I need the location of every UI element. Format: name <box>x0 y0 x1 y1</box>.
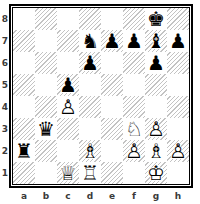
square-h2[interactable]: ♟♙ <box>167 140 189 162</box>
black-pawn[interactable]: ♟ <box>79 52 101 74</box>
square-g2[interactable]: ♝♗ <box>145 140 167 162</box>
white-pawn-fill: ♟ <box>145 118 167 140</box>
square-d7[interactable]: ♞♞ <box>79 30 101 52</box>
square-f3[interactable]: ♞♘ <box>123 118 145 140</box>
square-e7[interactable]: ♟♟ <box>101 30 123 52</box>
white-pawn[interactable]: ♙ <box>123 140 145 162</box>
square-c3[interactable] <box>57 118 79 140</box>
square-e2[interactable] <box>101 140 123 162</box>
square-f1[interactable] <box>123 162 145 184</box>
square-c8[interactable] <box>57 8 79 30</box>
white-king-fill: ♚ <box>145 162 167 184</box>
black-pawn-fill: ♟ <box>123 30 145 52</box>
white-bishop[interactable]: ♗ <box>145 140 167 162</box>
white-pawn[interactable]: ♙ <box>145 118 167 140</box>
black-pawn-fill: ♟ <box>79 52 101 74</box>
square-g7[interactable]: ♝♝ <box>145 30 167 52</box>
square-a8[interactable] <box>13 8 35 30</box>
chess-diagram: 87654321 ♚♚♞♞♟♟♟♟♝♝♟♟♟♟♟♟♟♟♟♙♛♛♞♘♟♙♜♜♝♗♟… <box>0 0 200 204</box>
black-queen[interactable]: ♛ <box>35 118 57 140</box>
square-c2[interactable] <box>57 140 79 162</box>
file-label-g: g <box>145 190 167 203</box>
white-bishop[interactable]: ♗ <box>79 140 101 162</box>
file-label-c: c <box>57 190 79 203</box>
square-g4[interactable] <box>145 96 167 118</box>
chess-board: ♚♚♞♞♟♟♟♟♝♝♟♟♟♟♟♟♟♟♟♙♛♛♞♘♟♙♜♜♝♗♟♙♝♗♟♙♛♕♜♖… <box>12 7 190 185</box>
square-h6[interactable] <box>167 52 189 74</box>
board-frame: ♚♚♞♞♟♟♟♟♝♝♟♟♟♟♟♟♟♟♟♙♛♛♞♘♟♙♜♜♝♗♟♙♝♗♟♙♛♕♜♖… <box>9 4 193 188</box>
black-king-fill: ♚ <box>145 8 167 30</box>
white-queen[interactable]: ♕ <box>57 162 79 184</box>
square-c4[interactable]: ♟♙ <box>57 96 79 118</box>
black-queen-fill: ♛ <box>35 118 57 140</box>
square-b5[interactable] <box>35 74 57 96</box>
black-king[interactable]: ♚ <box>145 8 167 30</box>
black-pawn[interactable]: ♟ <box>123 30 145 52</box>
square-h5[interactable] <box>167 74 189 96</box>
white-knight[interactable]: ♘ <box>123 118 145 140</box>
square-b3[interactable]: ♛♛ <box>35 118 57 140</box>
black-knight-fill: ♞ <box>79 30 101 52</box>
file-labels: abcdefgh <box>13 190 189 203</box>
square-e1[interactable] <box>101 162 123 184</box>
square-f2[interactable]: ♟♙ <box>123 140 145 162</box>
white-pawn-fill: ♟ <box>57 96 79 118</box>
square-a5[interactable] <box>13 74 35 96</box>
square-b2[interactable] <box>35 140 57 162</box>
square-b7[interactable] <box>35 30 57 52</box>
white-pawn[interactable]: ♙ <box>167 140 189 162</box>
square-e5[interactable] <box>101 74 123 96</box>
white-bishop-fill: ♝ <box>145 140 167 162</box>
file-label-f: f <box>123 190 145 203</box>
white-rook-fill: ♜ <box>79 162 101 184</box>
white-bishop-fill: ♝ <box>79 140 101 162</box>
square-b8[interactable] <box>35 8 57 30</box>
black-pawn-fill: ♟ <box>145 52 167 74</box>
square-b6[interactable] <box>35 52 57 74</box>
white-king[interactable]: ♔ <box>145 162 167 184</box>
square-h8[interactable] <box>167 8 189 30</box>
square-d4[interactable] <box>79 96 101 118</box>
square-c1[interactable]: ♛♕ <box>57 162 79 184</box>
square-a6[interactable] <box>13 52 35 74</box>
black-rook-fill: ♜ <box>13 140 35 162</box>
black-pawn-fill: ♟ <box>57 74 79 96</box>
square-g8[interactable]: ♚♚ <box>145 8 167 30</box>
white-pawn-fill: ♟ <box>123 140 145 162</box>
white-knight-fill: ♞ <box>123 118 145 140</box>
file-label-e: e <box>101 190 123 203</box>
square-a2[interactable]: ♜♜ <box>13 140 35 162</box>
white-rook[interactable]: ♖ <box>79 162 101 184</box>
square-g6[interactable]: ♟♟ <box>145 52 167 74</box>
square-a3[interactable] <box>13 118 35 140</box>
square-g3[interactable]: ♟♙ <box>145 118 167 140</box>
white-pawn-fill: ♟ <box>167 140 189 162</box>
square-h3[interactable] <box>167 118 189 140</box>
square-d6[interactable]: ♟♟ <box>79 52 101 74</box>
square-c7[interactable] <box>57 30 79 52</box>
square-e3[interactable] <box>101 118 123 140</box>
square-f8[interactable] <box>123 8 145 30</box>
square-e4[interactable] <box>101 96 123 118</box>
black-pawn[interactable]: ♟ <box>167 30 189 52</box>
black-pawn[interactable]: ♟ <box>101 30 123 52</box>
black-bishop[interactable]: ♝ <box>145 30 167 52</box>
square-h1[interactable] <box>167 162 189 184</box>
square-d8[interactable] <box>79 8 101 30</box>
file-label-d: d <box>79 190 101 203</box>
file-label-h: h <box>167 190 189 203</box>
square-g5[interactable] <box>145 74 167 96</box>
square-f4[interactable] <box>123 96 145 118</box>
black-knight[interactable]: ♞ <box>79 30 101 52</box>
square-e6[interactable] <box>101 52 123 74</box>
black-rook[interactable]: ♜ <box>13 140 35 162</box>
square-h4[interactable] <box>167 96 189 118</box>
square-d1[interactable]: ♜♖ <box>79 162 101 184</box>
square-d5[interactable] <box>79 74 101 96</box>
file-label-a: a <box>13 190 35 203</box>
square-a1[interactable] <box>13 162 35 184</box>
black-bishop-fill: ♝ <box>145 30 167 52</box>
black-pawn-fill: ♟ <box>167 30 189 52</box>
square-d2[interactable]: ♝♗ <box>79 140 101 162</box>
square-f7[interactable]: ♟♟ <box>123 30 145 52</box>
square-a4[interactable] <box>13 96 35 118</box>
white-pawn[interactable]: ♙ <box>57 96 79 118</box>
square-c6[interactable] <box>57 52 79 74</box>
black-pawn-fill: ♟ <box>101 30 123 52</box>
square-h7[interactable]: ♟♟ <box>167 30 189 52</box>
black-pawn[interactable]: ♟ <box>57 74 79 96</box>
file-label-b: b <box>35 190 57 203</box>
square-b4[interactable] <box>35 96 57 118</box>
square-c5[interactable]: ♟♟ <box>57 74 79 96</box>
square-e8[interactable] <box>101 8 123 30</box>
square-g1[interactable]: ♚♔ <box>145 162 167 184</box>
square-d3[interactable] <box>79 118 101 140</box>
square-f5[interactable] <box>123 74 145 96</box>
square-f6[interactable] <box>123 52 145 74</box>
square-a7[interactable] <box>13 30 35 52</box>
square-b1[interactable] <box>35 162 57 184</box>
black-pawn[interactable]: ♟ <box>145 52 167 74</box>
white-queen-fill: ♛ <box>57 162 79 184</box>
